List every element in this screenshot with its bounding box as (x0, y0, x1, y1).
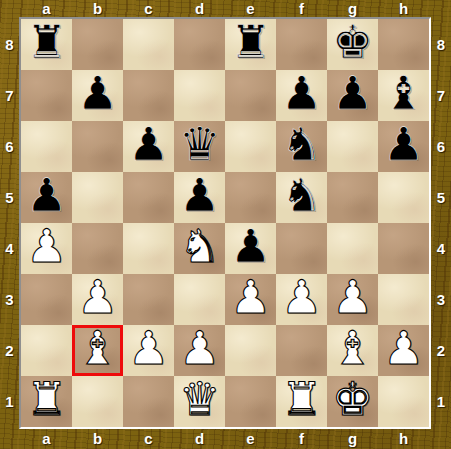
square-f3[interactable]: ♟ (276, 274, 327, 325)
square-f4[interactable] (276, 223, 327, 274)
square-h4[interactable] (378, 223, 429, 274)
square-h2[interactable]: ♟ (378, 325, 429, 376)
square-d1[interactable]: ♛ (174, 376, 225, 427)
square-a6[interactable] (21, 121, 72, 172)
piece-white-rook[interactable]: ♜ (281, 374, 322, 425)
coord-label-7: 7 (431, 70, 451, 121)
square-b3[interactable]: ♟ (72, 274, 123, 325)
coord-label-h: h (378, 0, 429, 17)
square-g5[interactable] (327, 172, 378, 223)
coord-label-5: 5 (431, 172, 451, 223)
piece-black-rook[interactable]: ♜ (26, 17, 67, 68)
piece-black-pawn[interactable]: ♟ (332, 68, 373, 119)
coord-label-f: f (276, 429, 327, 449)
square-d8[interactable] (174, 19, 225, 70)
coord-label-3: 3 (431, 274, 451, 325)
coord-label-1: 1 (431, 376, 451, 427)
piece-white-pawn[interactable]: ♟ (128, 323, 169, 374)
piece-white-pawn[interactable]: ♟ (179, 323, 220, 374)
coord-label-6: 6 (0, 121, 19, 172)
coord-label-g: g (327, 429, 378, 449)
coord-label-f: f (276, 0, 327, 17)
chess-board: ♜♜♚♟♟♟♝♟♛♞♟♟♟♞♟♞♟♟♟♟♟♝♟♟♝♟♜♛♜♚ (21, 19, 429, 427)
rank-labels-left: 87654321 (0, 19, 19, 427)
square-h6[interactable]: ♟ (378, 121, 429, 172)
board-frame: ♜♜♚♟♟♟♝♟♛♞♟♟♟♞♟♞♟♟♟♟♟♝♟♟♝♟♜♛♜♚ (19, 17, 431, 429)
square-e7[interactable] (225, 70, 276, 121)
square-e4[interactable]: ♟ (225, 223, 276, 274)
piece-black-pawn[interactable]: ♟ (26, 170, 67, 221)
coord-label-2: 2 (431, 325, 451, 376)
piece-black-pawn[interactable]: ♟ (230, 221, 271, 272)
coord-label-c: c (123, 429, 174, 449)
square-e2[interactable] (225, 325, 276, 376)
piece-white-knight[interactable]: ♞ (179, 221, 220, 272)
square-f2[interactable] (276, 325, 327, 376)
square-e6[interactable] (225, 121, 276, 172)
piece-black-king[interactable]: ♚ (332, 17, 373, 68)
piece-black-knight[interactable]: ♞ (281, 170, 322, 221)
square-b7[interactable]: ♟ (72, 70, 123, 121)
square-c4[interactable] (123, 223, 174, 274)
coord-label-6: 6 (431, 121, 451, 172)
square-a3[interactable] (21, 274, 72, 325)
piece-white-pawn[interactable]: ♟ (332, 272, 373, 323)
square-c7[interactable] (123, 70, 174, 121)
piece-white-queen[interactable]: ♛ (179, 374, 220, 425)
square-b6[interactable] (72, 121, 123, 172)
coord-label-b: b (72, 429, 123, 449)
coord-label-b: b (72, 0, 123, 17)
square-c8[interactable] (123, 19, 174, 70)
square-a2[interactable] (21, 325, 72, 376)
piece-black-knight[interactable]: ♞ (281, 119, 322, 170)
square-h7[interactable]: ♝ (378, 70, 429, 121)
piece-white-pawn[interactable]: ♟ (26, 221, 67, 272)
square-g7[interactable]: ♟ (327, 70, 378, 121)
square-g8[interactable]: ♚ (327, 19, 378, 70)
square-c6[interactable]: ♟ (123, 121, 174, 172)
coord-label-2: 2 (0, 325, 19, 376)
square-f5[interactable]: ♞ (276, 172, 327, 223)
square-f1[interactable]: ♜ (276, 376, 327, 427)
piece-black-pawn[interactable]: ♟ (383, 119, 424, 170)
coord-label-e: e (225, 429, 276, 449)
square-d2[interactable]: ♟ (174, 325, 225, 376)
piece-black-queen[interactable]: ♛ (179, 119, 220, 170)
piece-white-king[interactable]: ♚ (332, 374, 373, 425)
coord-label-4: 4 (0, 223, 19, 274)
piece-white-pawn[interactable]: ♟ (77, 272, 118, 323)
square-b4[interactable] (72, 223, 123, 274)
square-f8[interactable] (276, 19, 327, 70)
square-d7[interactable] (174, 70, 225, 121)
coord-label-1: 1 (0, 376, 19, 427)
piece-black-pawn[interactable]: ♟ (77, 68, 118, 119)
square-d3[interactable] (174, 274, 225, 325)
square-g3[interactable]: ♟ (327, 274, 378, 325)
square-b1[interactable] (72, 376, 123, 427)
piece-black-pawn[interactable]: ♟ (281, 68, 322, 119)
square-e3[interactable]: ♟ (225, 274, 276, 325)
square-b5[interactable] (72, 172, 123, 223)
piece-black-rook[interactable]: ♜ (230, 17, 271, 68)
piece-black-bishop[interactable]: ♝ (383, 68, 424, 119)
coord-label-4: 4 (431, 223, 451, 274)
square-g6[interactable] (327, 121, 378, 172)
square-a1[interactable]: ♜ (21, 376, 72, 427)
square-g2[interactable]: ♝ (327, 325, 378, 376)
square-g4[interactable] (327, 223, 378, 274)
piece-white-pawn[interactable]: ♟ (281, 272, 322, 323)
square-f6[interactable]: ♞ (276, 121, 327, 172)
square-a8[interactable]: ♜ (21, 19, 72, 70)
coord-label-8: 8 (431, 19, 451, 70)
chess-app-window: abcdefgh abcdefgh 87654321 87654321 ♜♜♚♟… (0, 0, 451, 449)
coord-label-7: 7 (0, 70, 19, 121)
piece-white-bishop[interactable]: ♝ (332, 323, 373, 374)
square-h5[interactable] (378, 172, 429, 223)
square-g1[interactable]: ♚ (327, 376, 378, 427)
rank-labels-right: 87654321 (431, 19, 451, 427)
coord-label-8: 8 (0, 19, 19, 70)
square-a5[interactable]: ♟ (21, 172, 72, 223)
square-c1[interactable] (123, 376, 174, 427)
coord-label-5: 5 (0, 172, 19, 223)
square-a4[interactable]: ♟ (21, 223, 72, 274)
square-e5[interactable] (225, 172, 276, 223)
square-b8[interactable] (72, 19, 123, 70)
piece-black-pawn[interactable]: ♟ (128, 119, 169, 170)
square-d5[interactable]: ♟ (174, 172, 225, 223)
square-e8[interactable]: ♜ (225, 19, 276, 70)
coord-label-d: d (174, 429, 225, 449)
square-b2-highlighted[interactable]: ♝ (72, 325, 123, 376)
coord-label-c: c (123, 0, 174, 17)
square-c3[interactable] (123, 274, 174, 325)
square-h8[interactable] (378, 19, 429, 70)
square-h1[interactable] (378, 376, 429, 427)
coord-label-a: a (21, 429, 72, 449)
file-labels-bottom: abcdefgh (21, 429, 429, 449)
coord-label-h: h (378, 429, 429, 449)
square-d4[interactable]: ♞ (174, 223, 225, 274)
piece-white-bishop[interactable]: ♝ (77, 323, 118, 374)
square-e1[interactable] (225, 376, 276, 427)
square-c2[interactable]: ♟ (123, 325, 174, 376)
square-a7[interactable] (21, 70, 72, 121)
coord-label-d: d (174, 0, 225, 17)
piece-white-pawn[interactable]: ♟ (230, 272, 271, 323)
square-d6[interactable]: ♛ (174, 121, 225, 172)
piece-white-rook[interactable]: ♜ (26, 374, 67, 425)
square-h3[interactable] (378, 274, 429, 325)
coord-label-3: 3 (0, 274, 19, 325)
piece-black-pawn[interactable]: ♟ (179, 170, 220, 221)
square-f7[interactable]: ♟ (276, 70, 327, 121)
piece-white-pawn[interactable]: ♟ (383, 323, 424, 374)
square-c5[interactable] (123, 172, 174, 223)
